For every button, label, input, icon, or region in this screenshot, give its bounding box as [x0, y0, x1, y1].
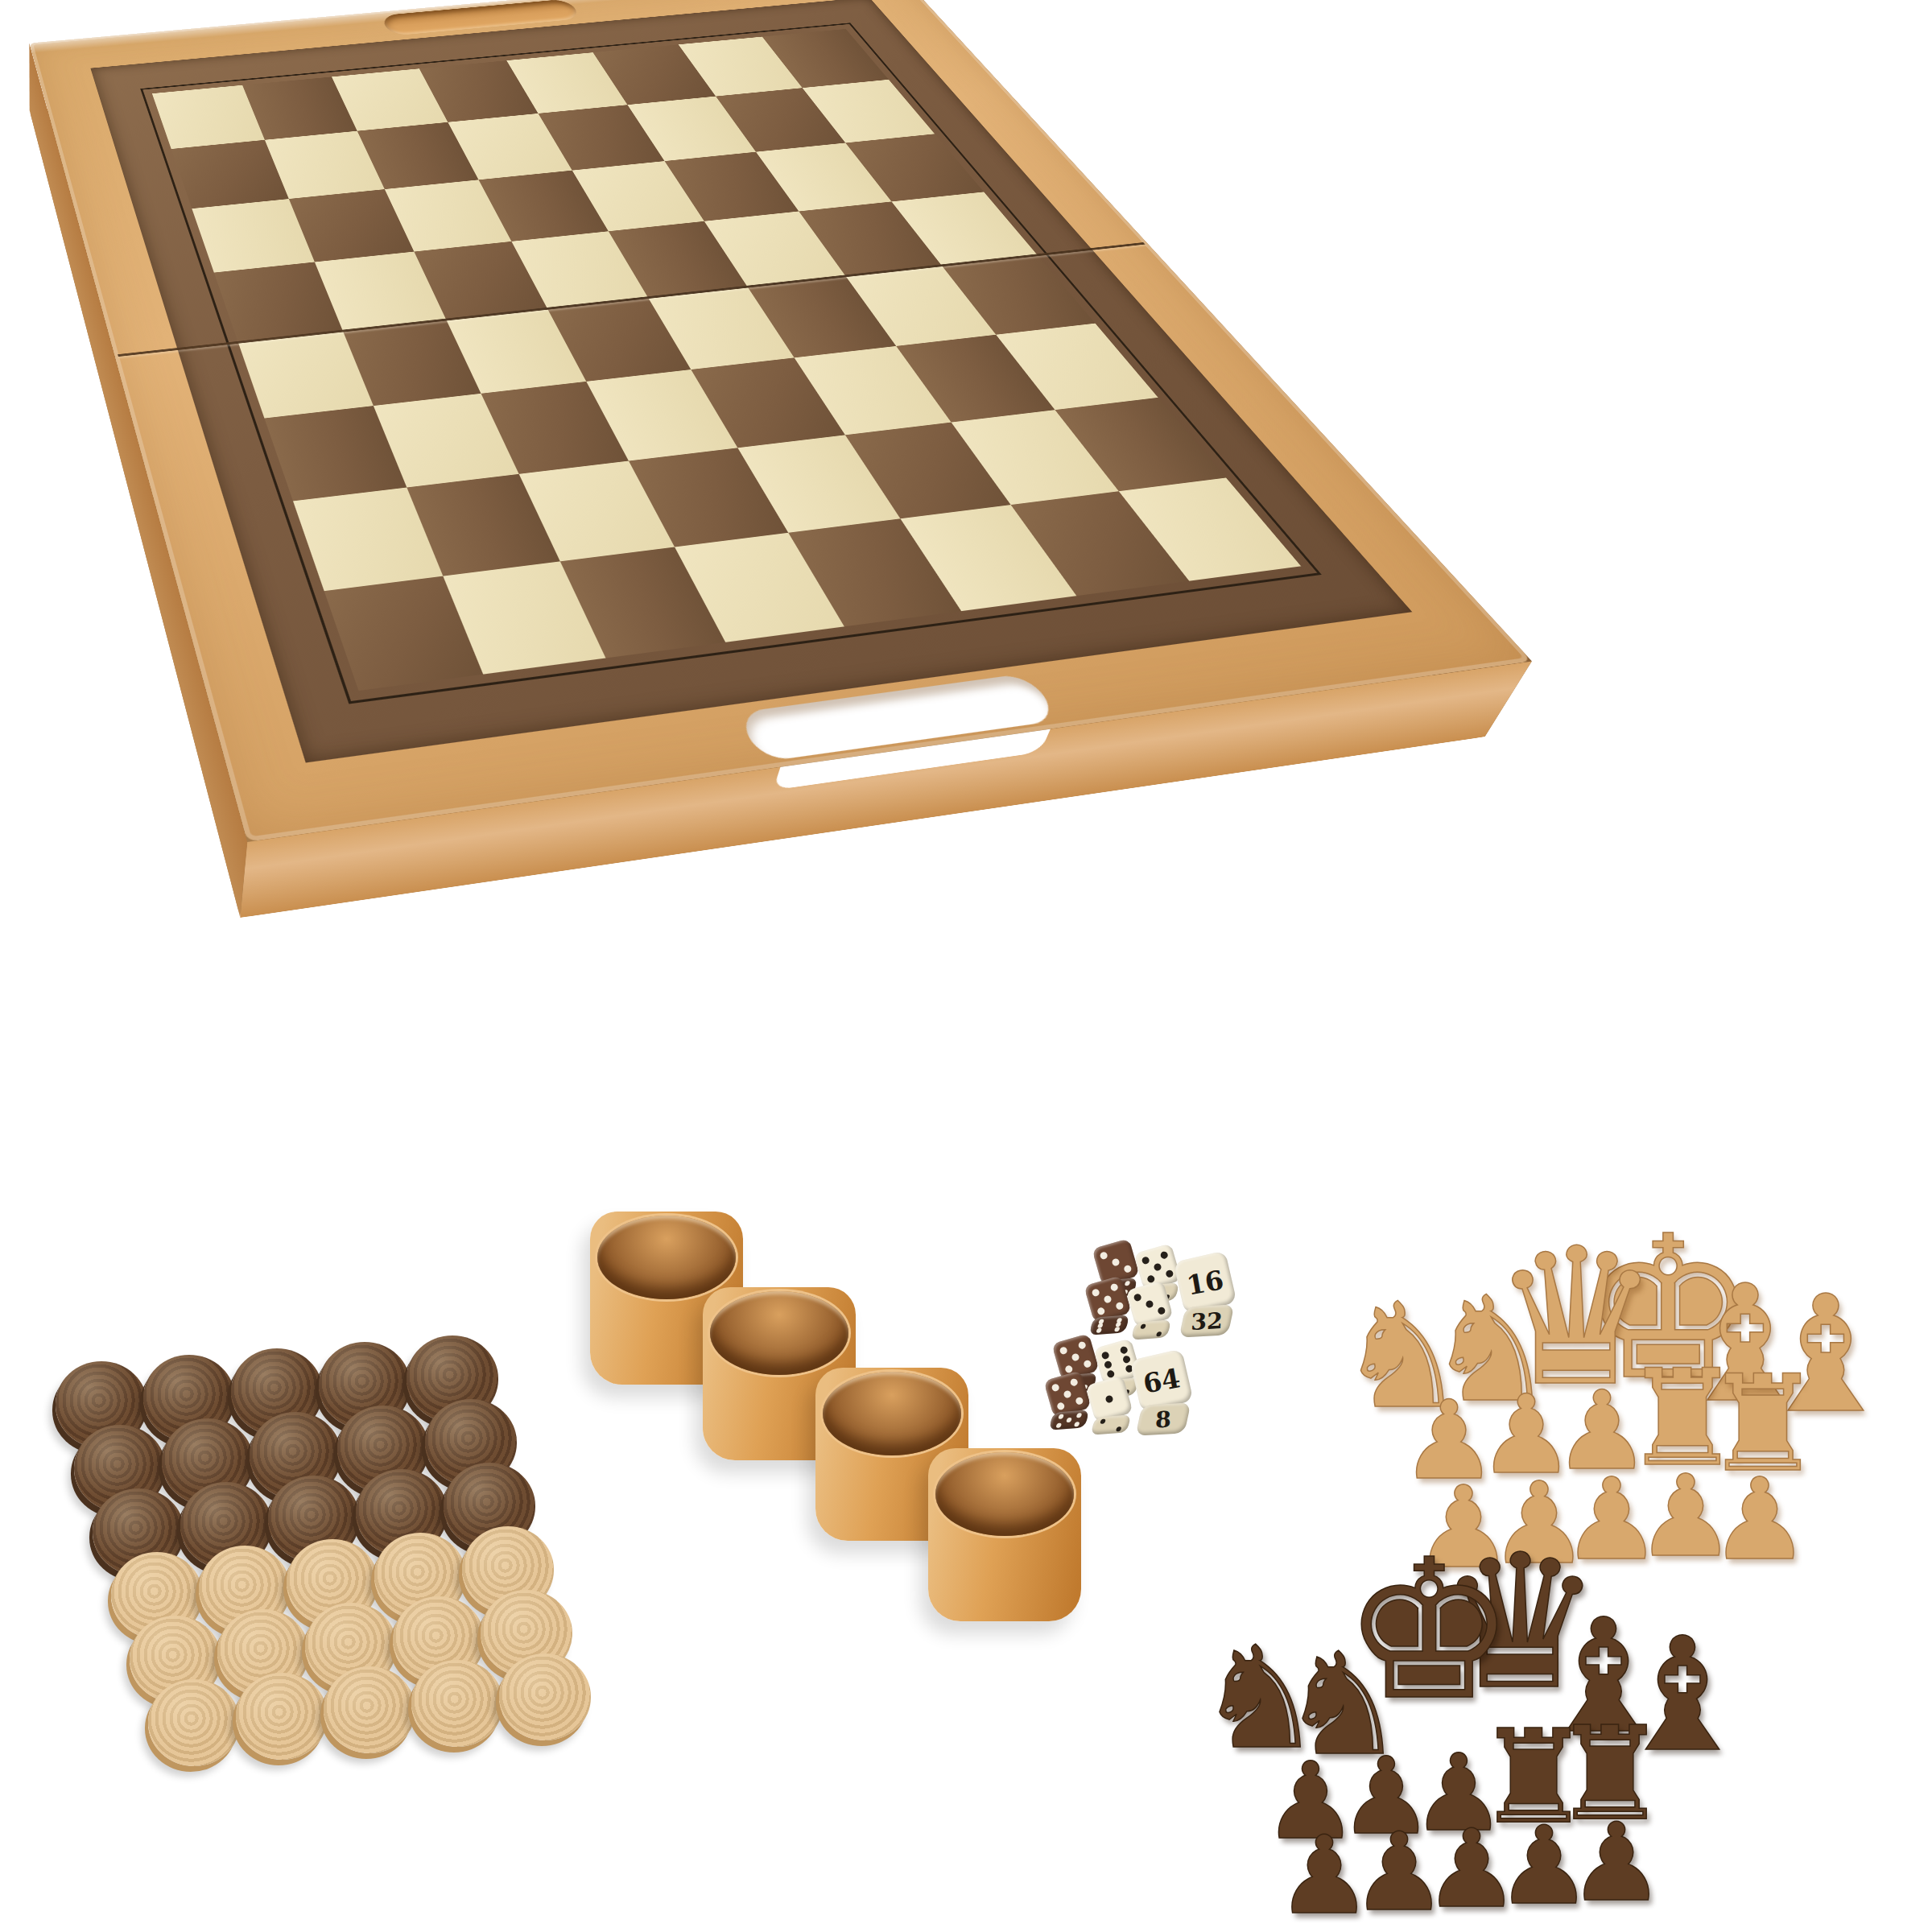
die-pip [1122, 1355, 1131, 1364]
die-pip [1059, 1346, 1068, 1355]
ivory-die [1090, 1380, 1130, 1439]
die-pip [1056, 1402, 1065, 1410]
game-board [30, 0, 1509, 881]
doubling-cube-front-face: 32 [1179, 1304, 1235, 1337]
dice-cup-opening [710, 1291, 848, 1375]
die-pip [1103, 1294, 1112, 1303]
die-pip [1133, 1293, 1142, 1302]
brown-die [1088, 1280, 1129, 1340]
die-pip [1051, 1383, 1060, 1392]
checker-light [148, 1679, 240, 1765]
die-pip [1123, 1265, 1132, 1274]
dice-cup-opening [597, 1216, 736, 1299]
checker-light [499, 1653, 591, 1740]
die-pip [1078, 1341, 1087, 1350]
die-pip [1145, 1299, 1154, 1308]
checker-light [411, 1660, 503, 1746]
die-pip [1075, 1397, 1084, 1406]
die-pip [1157, 1307, 1166, 1315]
brown-die [1048, 1375, 1088, 1435]
die-pip [1160, 1251, 1169, 1260]
checker-light [236, 1673, 328, 1759]
doubling-cube-top-value: 64 [1131, 1350, 1192, 1411]
ivory-die [1130, 1285, 1170, 1344]
die-pip [1100, 1418, 1106, 1423]
die-pip [1141, 1256, 1150, 1265]
die-pip [1066, 1418, 1072, 1422]
die-pip [1111, 1257, 1120, 1266]
die-pip [1156, 1331, 1162, 1336]
die-pip [1140, 1323, 1146, 1328]
die-pip [1056, 1422, 1063, 1427]
dice-cup-opening [935, 1452, 1074, 1536]
doubling-cube-front-value: 8 [1138, 1403, 1188, 1436]
dark-pawn: ♟ [1568, 1809, 1665, 1917]
doubling-cube-top-value: 16 [1174, 1252, 1236, 1313]
die-pip [1071, 1352, 1080, 1361]
board-perspective-wrapper [105, 0, 1175, 869]
die-pip [1116, 1426, 1122, 1431]
die-pip [1096, 1327, 1103, 1332]
die-pip [1092, 1288, 1100, 1297]
light-pawn: ♟ [1709, 1463, 1810, 1576]
die-pip [1101, 1351, 1110, 1360]
doubling-cube-front-value: 32 [1182, 1305, 1232, 1338]
die-pip [1115, 1302, 1124, 1311]
die-pip [1074, 1422, 1080, 1426]
checker-light [324, 1666, 415, 1752]
die-pip [1153, 1262, 1162, 1271]
dark-pawn: ♟ [1351, 1818, 1447, 1926]
die-pip [1100, 1251, 1108, 1260]
die-pip [1076, 1413, 1083, 1418]
doubling-cube: 648 [1135, 1354, 1191, 1441]
product-photo-scene: 1632648 ♞♞♛♚♝♝♟♟♟♜♜♟♟♟♟♟ ♞♞♚♛♝♝♟♟♟♜♜♟♟♟♟… [0, 0, 1932, 1932]
die-pip [1070, 1378, 1079, 1387]
die-pip [1058, 1414, 1064, 1418]
die-pip [1110, 1283, 1119, 1292]
die-pip [1120, 1346, 1129, 1355]
die-pip [1083, 1360, 1092, 1368]
die-pip [1104, 1360, 1113, 1369]
die-pip [1104, 1394, 1113, 1403]
dice-cup [928, 1448, 1081, 1621]
die-pip [1063, 1389, 1071, 1398]
doubling-cube-front-face: 8 [1136, 1402, 1191, 1435]
dice-cup-opening [823, 1372, 961, 1455]
die-pip [1165, 1269, 1174, 1278]
die-pip [1096, 1307, 1105, 1315]
die-pip [1114, 1327, 1121, 1331]
doubling-cube: 1632 [1179, 1256, 1235, 1343]
